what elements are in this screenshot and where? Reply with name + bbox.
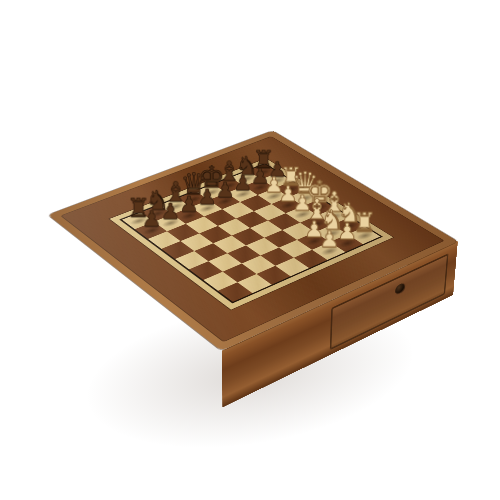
chess-box: ♜♞♝♛♚♝♞♜♟♟♟♟♟♟♟♟♜♛♚♝♞♜♟♟♟♝♞♟♟♟ (48, 131, 458, 351)
product-photo-scene: ♜♞♝♛♚♝♞♜♟♟♟♟♟♟♟♟♜♛♚♝♞♜♟♟♟♝♞♟♟♟ (0, 0, 500, 500)
